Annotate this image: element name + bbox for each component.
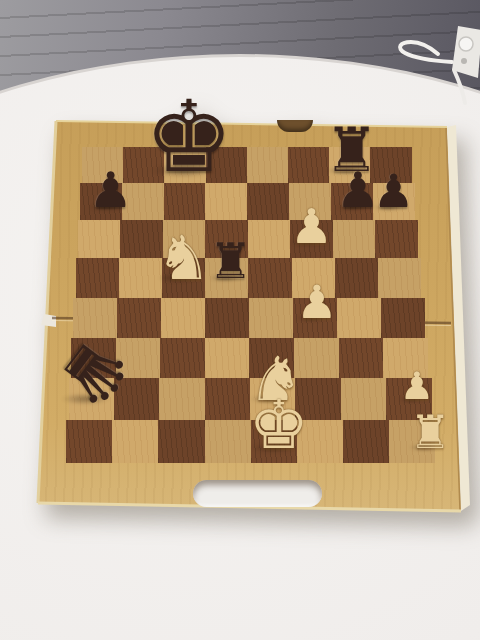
handle-cutout xyxy=(193,480,322,507)
chessboard: ♚♜♟♟♟♟♞♜♟♛♞♟♚♜ xyxy=(0,0,480,640)
square-b1 xyxy=(112,420,158,463)
square-a6 xyxy=(78,220,121,258)
photo-scene: ♚♜♟♟♟♟♞♜♟♛♞♟♚♜ xyxy=(0,0,480,640)
black-rook-glyph: ♜ xyxy=(186,237,276,286)
square-c3 xyxy=(160,338,205,378)
square-a5 xyxy=(76,258,119,298)
square-c2 xyxy=(159,378,204,420)
square-h5 xyxy=(378,258,421,298)
square-g1 xyxy=(343,420,389,463)
square-h6 xyxy=(375,220,418,258)
black-pawn-glyph: ♟ xyxy=(66,166,156,215)
black-pawn-glyph: ♟ xyxy=(349,168,439,214)
square-a1 xyxy=(66,420,112,463)
white-rook-glyph: ♜ xyxy=(385,409,475,455)
piece-black-queen-a2[interactable]: ♛ xyxy=(46,329,136,404)
square-c4 xyxy=(161,298,205,338)
white-king-glyph: ♚ xyxy=(234,392,324,459)
white-pawn-glyph: ♟ xyxy=(267,202,357,250)
white-pawn-glyph: ♟ xyxy=(272,279,362,325)
square-c1 xyxy=(158,420,204,463)
square-e8 xyxy=(247,147,288,183)
white-pawn-glyph: ♟ xyxy=(372,367,462,405)
square-d4 xyxy=(205,298,249,338)
square-h4 xyxy=(381,298,425,338)
black-king-glyph: ♚ xyxy=(144,87,234,186)
